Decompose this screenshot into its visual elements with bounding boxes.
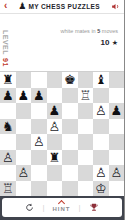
square-f8[interactable] <box>78 72 94 88</box>
white-pawn-a3: ♙ <box>2 150 14 165</box>
black-pawn-d6: ♟ <box>48 103 60 118</box>
trophy-button[interactable] <box>89 203 99 213</box>
square-e5[interactable] <box>62 119 78 135</box>
square-c5[interactable] <box>31 119 47 135</box>
square-c4[interactable]: ♙ <box>31 134 47 150</box>
app-title: MY CHESS PUZZLES <box>28 3 100 10</box>
black-knight-a5: ♞ <box>2 119 14 134</box>
white-pawn-d5: ♙ <box>48 119 60 134</box>
square-h7[interactable] <box>109 88 125 104</box>
level-indicator: LEVEL 91 <box>2 30 9 67</box>
square-d1[interactable] <box>47 181 63 197</box>
back-button[interactable]: ‹ <box>4 1 7 11</box>
square-g7[interactable] <box>93 88 109 104</box>
square-h6[interactable]: ♟ <box>109 103 125 119</box>
square-d8[interactable] <box>47 72 63 88</box>
square-b6[interactable] <box>16 103 32 119</box>
white-pawn-b2: ♙ <box>17 165 29 180</box>
white-pawn-g2: ♙ <box>95 165 107 180</box>
toolbar-divider: | <box>79 203 81 212</box>
white-pawn-h2: ♙ <box>110 165 122 180</box>
white-rook-f7: ♖ <box>79 88 91 103</box>
square-g3[interactable] <box>93 150 109 166</box>
square-a8[interactable]: ♜ <box>0 72 16 88</box>
square-e8[interactable]: ♚ <box>62 72 78 88</box>
square-f1[interactable] <box>78 181 94 197</box>
objective-text: white mates in 5 moves <box>61 28 118 34</box>
level-label: LEVEL <box>2 30 9 55</box>
square-f6[interactable] <box>78 103 94 119</box>
square-d5[interactable]: ♙ <box>47 119 63 135</box>
star-icon: ★ <box>112 39 118 46</box>
white-pawn-c4: ♙ <box>33 134 45 149</box>
square-b3[interactable] <box>16 150 32 166</box>
pawn-icon: ♟ <box>18 2 26 11</box>
square-b1[interactable] <box>16 181 32 197</box>
square-g6[interactable]: ♙ <box>93 103 109 119</box>
reset-icon <box>25 203 34 212</box>
square-c6[interactable] <box>31 103 47 119</box>
square-a6[interactable] <box>0 103 16 119</box>
app-header: ‹ ♟ MY CHESS PUZZLES <box>0 0 124 14</box>
square-g5[interactable] <box>93 119 109 135</box>
square-e2[interactable] <box>62 165 78 181</box>
square-c1[interactable] <box>31 181 47 197</box>
chess-board: ♜♚♝♟♟♟♖♟♙♟♞♙♙♙♜♙♙♙♖♔ <box>0 72 124 196</box>
square-e4[interactable] <box>62 134 78 150</box>
square-a5[interactable]: ♞ <box>0 119 16 135</box>
square-c8[interactable] <box>31 72 47 88</box>
black-rook-a8: ♜ <box>2 72 14 87</box>
square-b2[interactable]: ♙ <box>16 165 32 181</box>
bottom-bar: | HINT | <box>0 196 124 220</box>
app-title-wrap: ♟ MY CHESS PUZZLES <box>18 2 100 11</box>
square-e6[interactable] <box>62 103 78 119</box>
square-g2[interactable]: ♙ <box>93 165 109 181</box>
black-bishop-g8: ♝ <box>95 72 107 87</box>
reset-button[interactable] <box>25 203 34 212</box>
square-e1[interactable] <box>62 181 78 197</box>
square-h5[interactable] <box>109 119 125 135</box>
objective: white mates in 5 moves 10 ★ <box>61 28 118 47</box>
black-pawn-a7: ♟ <box>2 88 14 103</box>
square-a7[interactable]: ♟ <box>0 88 16 104</box>
square-a2[interactable] <box>0 165 16 181</box>
square-f7[interactable]: ♖ <box>78 88 94 104</box>
square-b8[interactable] <box>16 72 32 88</box>
stars-number: 10 <box>101 38 110 47</box>
black-pawn-c7: ♟ <box>33 88 45 103</box>
objective-suffix: moves <box>100 28 118 34</box>
toolbar: | HINT | <box>2 198 122 217</box>
square-d7[interactable] <box>47 88 63 104</box>
level-number: 91 <box>2 58 9 67</box>
black-pawn-h6: ♟ <box>110 103 122 118</box>
square-h8[interactable] <box>109 72 125 88</box>
white-pawn-g6: ♙ <box>95 103 107 118</box>
square-c3[interactable] <box>31 150 47 166</box>
black-king-e8: ♚ <box>64 72 76 87</box>
square-g1[interactable]: ♔ <box>93 181 109 197</box>
square-f2[interactable] <box>78 165 94 181</box>
square-h1[interactable] <box>109 181 125 197</box>
toolbar-divider: | <box>42 203 44 212</box>
square-b5[interactable] <box>16 119 32 135</box>
square-d6[interactable]: ♟ <box>47 103 63 119</box>
objective-prefix: white mates in <box>61 28 98 34</box>
square-g4[interactable] <box>93 134 109 150</box>
square-d3[interactable]: ♜ <box>47 150 63 166</box>
square-f5[interactable] <box>78 119 94 135</box>
chess-puzzle-app: ‹ ♟ MY CHESS PUZZLES LEVEL 91 white mate… <box>0 0 124 220</box>
black-pawn-b7: ♟ <box>17 88 29 103</box>
square-a4[interactable] <box>0 134 16 150</box>
square-a1[interactable]: ♖ <box>0 181 16 197</box>
black-rook-d3: ♜ <box>48 150 60 165</box>
square-g8[interactable]: ♝ <box>93 72 109 88</box>
caret-up-icon[interactable] <box>59 199 64 204</box>
square-b4[interactable] <box>16 134 32 150</box>
white-king-g1: ♔ <box>95 181 107 196</box>
trophy-icon <box>89 203 99 213</box>
square-e3[interactable] <box>62 150 78 166</box>
square-e7[interactable] <box>62 88 78 104</box>
square-c7[interactable]: ♟ <box>31 88 47 104</box>
square-c2[interactable] <box>31 165 47 181</box>
star-count: 10 ★ <box>61 38 118 47</box>
sound-button[interactable] <box>111 2 120 11</box>
square-d2[interactable] <box>47 165 63 181</box>
square-h2[interactable]: ♙ <box>109 165 125 181</box>
info-panel: LEVEL 91 white mates in 5 moves 10 ★ <box>0 14 124 72</box>
square-h3[interactable] <box>109 150 125 166</box>
speaker-icon <box>111 2 120 11</box>
square-a3[interactable]: ♙ <box>0 150 16 166</box>
square-h4[interactable] <box>109 134 125 150</box>
square-b7[interactable]: ♟ <box>16 88 32 104</box>
square-f4[interactable] <box>78 134 94 150</box>
square-d4[interactable] <box>47 134 63 150</box>
square-f3[interactable] <box>78 150 94 166</box>
white-rook-a1: ♖ <box>2 181 14 196</box>
